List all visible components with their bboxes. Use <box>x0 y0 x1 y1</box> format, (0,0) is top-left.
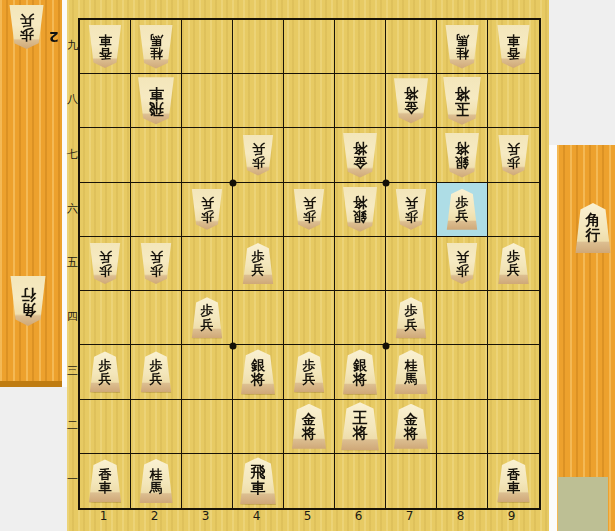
file-label-4: 4 <box>253 509 261 523</box>
square-94[interactable] <box>488 291 539 345</box>
piece-kanji: 金将 <box>302 412 316 441</box>
square-67[interactable]: 金将 <box>335 128 386 182</box>
square-72[interactable]: 金将 <box>386 400 437 454</box>
square-71[interactable] <box>386 454 437 508</box>
square-63[interactable]: 銀将 <box>335 345 386 399</box>
piece-kanji: 銀将 <box>353 195 367 224</box>
square-79[interactable] <box>386 20 437 74</box>
square-84[interactable] <box>437 291 488 345</box>
piece-kanji: 金将 <box>353 141 367 170</box>
piece-sente-gold[interactable]: 金将 <box>393 78 430 123</box>
piece-kanji: 歩兵 <box>201 304 214 331</box>
square-37[interactable] <box>182 128 233 182</box>
piece-kanji: 飛車 <box>149 85 164 116</box>
piece-gote-pawn[interactable]: 歩兵 <box>242 243 275 284</box>
square-87[interactable]: 銀将 <box>437 128 488 182</box>
hoshi-dot <box>383 343 390 350</box>
square-18[interactable] <box>80 74 131 128</box>
shogi-game-screen: 香車桂馬桂馬香車飛車金将玉将歩兵金将銀将歩兵歩兵歩兵銀将歩兵歩兵歩兵歩兵歩兵歩兵… <box>0 0 615 531</box>
square-43[interactable]: 銀将 <box>233 345 284 399</box>
file-label-6: 6 <box>355 509 363 523</box>
square-38[interactable] <box>182 74 233 128</box>
square-21[interactable]: 桂馬 <box>131 454 182 508</box>
piece-kanji: 角行 <box>21 286 36 317</box>
piece-gote-pawn[interactable]: 歩兵 <box>395 297 428 338</box>
shogi-board: 香車桂馬桂馬香車飛車金将玉将歩兵金将銀将歩兵歩兵歩兵銀将歩兵歩兵歩兵歩兵歩兵歩兵… <box>67 0 549 531</box>
square-13[interactable]: 歩兵 <box>80 345 131 399</box>
piece-kanji: 歩兵 <box>99 250 112 277</box>
hand-slot-sente-pawn: 歩兵2 <box>8 5 45 49</box>
rank-label-3: 三 <box>67 363 78 378</box>
piece-sente-knight[interactable]: 桂馬 <box>444 25 480 69</box>
rank-label-5: 五 <box>67 254 78 269</box>
piece-sente-pawn[interactable]: 歩兵 <box>191 189 224 230</box>
piece-sente-rook[interactable]: 飛車 <box>137 77 176 124</box>
piece-gote-pawn[interactable]: 歩兵 <box>446 189 479 230</box>
square-28[interactable]: 飛車 <box>131 74 182 128</box>
square-54[interactable] <box>284 291 335 345</box>
piece-kanji: 香車 <box>507 33 520 60</box>
square-49[interactable] <box>233 20 284 74</box>
piece-kanji: 玉将 <box>455 85 470 116</box>
piece-kanji: 歩兵 <box>150 359 163 386</box>
piece-sente-silver[interactable]: 銀将 <box>444 133 481 178</box>
square-27[interactable] <box>131 128 182 182</box>
square-74[interactable]: 歩兵 <box>386 291 437 345</box>
square-26[interactable] <box>131 183 182 237</box>
piece-kanji: 歩兵 <box>303 196 316 223</box>
square-47[interactable]: 歩兵 <box>233 128 284 182</box>
piece-kanji: 金将 <box>404 86 418 115</box>
piece-sente-king[interactable]: 玉将 <box>442 77 483 125</box>
piece-kanji: 香車 <box>99 468 112 495</box>
square-57[interactable] <box>284 128 335 182</box>
hoshi-dot <box>383 180 390 187</box>
square-66[interactable]: 銀将 <box>335 183 386 237</box>
piece-kanji: 銀将 <box>455 141 469 170</box>
square-51[interactable] <box>284 454 335 508</box>
piece-sente-pawn[interactable]: 歩兵 <box>242 135 275 176</box>
piece-sente-lance[interactable]: 香車 <box>496 25 531 68</box>
square-36[interactable]: 歩兵 <box>182 183 233 237</box>
square-82[interactable] <box>437 400 488 454</box>
piece-kanji: 金将 <box>404 412 418 441</box>
piece-gote-pawn[interactable]: 歩兵 <box>89 351 122 392</box>
sente-hand-tray <box>0 0 62 387</box>
square-17[interactable] <box>80 128 131 182</box>
rank-label-6: 六 <box>67 200 78 215</box>
square-69[interactable] <box>335 20 386 74</box>
square-39[interactable] <box>182 20 233 74</box>
rank-label-1: 一 <box>67 471 78 486</box>
piece-kanji: 歩兵 <box>20 13 34 42</box>
square-29[interactable]: 桂馬 <box>131 20 182 74</box>
rank-label-8: 八 <box>67 92 78 107</box>
piece-sente-pawn[interactable]: 歩兵 <box>497 135 530 176</box>
piece-kanji: 歩兵 <box>252 142 265 169</box>
square-44[interactable] <box>233 291 284 345</box>
file-label-8: 8 <box>457 509 465 523</box>
square-73[interactable]: 桂馬 <box>386 345 437 399</box>
square-89[interactable]: 桂馬 <box>437 20 488 74</box>
piece-sente-gold[interactable]: 金将 <box>342 133 379 178</box>
square-24[interactable] <box>131 291 182 345</box>
square-86[interactable]: 歩兵 <box>437 183 488 237</box>
panel-gap-right <box>549 145 557 531</box>
hoshi-dot <box>230 180 237 187</box>
rank-label-2: 二 <box>67 417 78 432</box>
piece-gote-knight[interactable]: 桂馬 <box>138 459 174 503</box>
piece-kanji: 香車 <box>507 468 520 495</box>
file-label-2: 2 <box>151 509 159 523</box>
rank-label-4: 四 <box>67 309 78 324</box>
piece-gote-lance[interactable]: 香車 <box>88 459 123 502</box>
square-22[interactable] <box>131 400 182 454</box>
piece-kanji: 歩兵 <box>507 250 520 277</box>
square-92[interactable] <box>488 400 539 454</box>
square-32[interactable] <box>182 400 233 454</box>
square-76[interactable]: 歩兵 <box>386 183 437 237</box>
square-56[interactable]: 歩兵 <box>284 183 335 237</box>
square-12[interactable] <box>80 400 131 454</box>
square-93[interactable] <box>488 345 539 399</box>
square-42[interactable] <box>233 400 284 454</box>
square-85[interactable]: 歩兵 <box>437 237 488 291</box>
square-34[interactable]: 歩兵 <box>182 291 233 345</box>
piece-gote-king[interactable]: 王将 <box>340 402 381 450</box>
file-label-3: 3 <box>202 509 210 523</box>
square-77[interactable] <box>386 128 437 182</box>
square-65[interactable] <box>335 237 386 291</box>
piece-kanji: 歩兵 <box>405 304 418 331</box>
square-88[interactable]: 玉将 <box>437 74 488 128</box>
square-16[interactable] <box>80 183 131 237</box>
piece-kanji: 銀将 <box>353 358 367 387</box>
piece-gote-lance[interactable]: 香車 <box>496 459 531 502</box>
square-83[interactable] <box>437 345 488 399</box>
piece-kanji: 歩兵 <box>456 196 469 223</box>
square-41[interactable]: 飛車 <box>233 454 284 508</box>
piece-kanji: 歩兵 <box>99 359 112 386</box>
piece-sente-pawn[interactable]: 歩兵 <box>293 189 326 230</box>
piece-kanji: 桂馬 <box>150 468 163 495</box>
square-58[interactable] <box>284 74 335 128</box>
piece-sente-pawn[interactable]: 歩兵 <box>8 5 45 49</box>
board-grid: 香車桂馬桂馬香車飛車金将玉将歩兵金将銀将歩兵歩兵歩兵銀将歩兵歩兵歩兵歩兵歩兵歩兵… <box>78 18 541 510</box>
piece-kanji: 銀将 <box>251 358 265 387</box>
piece-kanji: 歩兵 <box>507 142 520 169</box>
square-52[interactable]: 金将 <box>284 400 335 454</box>
piece-kanji: 歩兵 <box>150 250 163 277</box>
piece-kanji: 桂馬 <box>150 33 163 60</box>
piece-kanji: 王将 <box>353 411 368 442</box>
square-31[interactable] <box>182 454 233 508</box>
square-14[interactable] <box>80 291 131 345</box>
piece-sente-pawn[interactable]: 歩兵 <box>140 243 173 284</box>
piece-gote-pawn[interactable]: 歩兵 <box>497 243 530 284</box>
piece-gote-gold[interactable]: 金将 <box>393 404 430 449</box>
file-label-5: 5 <box>304 509 312 523</box>
square-75[interactable] <box>386 237 437 291</box>
piece-sente-lance[interactable]: 香車 <box>88 25 123 68</box>
piece-gote-pawn[interactable]: 歩兵 <box>140 351 173 392</box>
square-64[interactable] <box>335 291 386 345</box>
piece-sente-silver[interactable]: 銀将 <box>342 187 379 232</box>
file-label-1: 1 <box>100 509 108 523</box>
piece-gote-gold[interactable]: 金将 <box>291 404 328 449</box>
piece-kanji: 歩兵 <box>252 250 265 277</box>
square-15[interactable]: 歩兵 <box>80 237 131 291</box>
piece-gote-silver[interactable]: 銀将 <box>240 349 277 394</box>
square-98[interactable] <box>488 74 539 128</box>
piece-sente-pawn[interactable]: 歩兵 <box>446 243 479 284</box>
rank-label-9: 九 <box>67 38 78 53</box>
square-78[interactable]: 金将 <box>386 74 437 128</box>
piece-kanji: 桂馬 <box>405 359 418 386</box>
rank-label-7: 七 <box>67 146 78 161</box>
square-62[interactable]: 王将 <box>335 400 386 454</box>
piece-gote-pawn[interactable]: 歩兵 <box>191 297 224 338</box>
square-96[interactable] <box>488 183 539 237</box>
piece-gote-bishop[interactable]: 角行 <box>574 203 612 253</box>
square-45[interactable]: 歩兵 <box>233 237 284 291</box>
piece-gote-knight[interactable]: 桂馬 <box>393 350 429 394</box>
square-59[interactable] <box>284 20 335 74</box>
corner-block <box>558 477 608 531</box>
hand-piece-count: 2 <box>49 29 59 45</box>
square-33[interactable] <box>182 345 233 399</box>
piece-kanji: 歩兵 <box>201 196 214 223</box>
square-11[interactable]: 香車 <box>80 454 131 508</box>
square-53[interactable]: 歩兵 <box>284 345 335 399</box>
piece-kanji: 桂馬 <box>456 33 469 60</box>
square-46[interactable] <box>233 183 284 237</box>
piece-kanji: 飛車 <box>251 465 266 496</box>
piece-sente-bishop[interactable]: 角行 <box>9 276 47 326</box>
square-25[interactable]: 歩兵 <box>131 237 182 291</box>
square-61[interactable] <box>335 454 386 508</box>
piece-gote-rook[interactable]: 飛車 <box>239 457 278 504</box>
square-97[interactable]: 歩兵 <box>488 128 539 182</box>
square-68[interactable] <box>335 74 386 128</box>
piece-kanji: 歩兵 <box>456 250 469 277</box>
piece-kanji: 香車 <box>99 33 112 60</box>
piece-kanji: 歩兵 <box>405 196 418 223</box>
file-label-9: 9 <box>508 509 516 523</box>
square-91[interactable]: 香車 <box>488 454 539 508</box>
hand-slot-sente-bishop: 角行 <box>9 276 47 326</box>
square-35[interactable] <box>182 237 233 291</box>
square-99[interactable]: 香車 <box>488 20 539 74</box>
piece-sente-pawn[interactable]: 歩兵 <box>89 243 122 284</box>
piece-kanji: 角行 <box>586 213 601 244</box>
file-label-7: 7 <box>406 509 414 523</box>
piece-gote-pawn[interactable]: 歩兵 <box>293 351 326 392</box>
hoshi-dot <box>230 343 237 350</box>
square-81[interactable] <box>437 454 488 508</box>
square-48[interactable] <box>233 74 284 128</box>
square-55[interactable] <box>284 237 335 291</box>
hand-slot-gote-bishop: 角行 <box>574 203 612 253</box>
square-95[interactable]: 歩兵 <box>488 237 539 291</box>
piece-sente-knight[interactable]: 桂馬 <box>138 25 174 69</box>
square-23[interactable]: 歩兵 <box>131 345 182 399</box>
piece-gote-silver[interactable]: 銀将 <box>342 349 379 394</box>
square-19[interactable]: 香車 <box>80 20 131 74</box>
piece-kanji: 歩兵 <box>303 359 316 386</box>
piece-sente-pawn[interactable]: 歩兵 <box>395 189 428 230</box>
